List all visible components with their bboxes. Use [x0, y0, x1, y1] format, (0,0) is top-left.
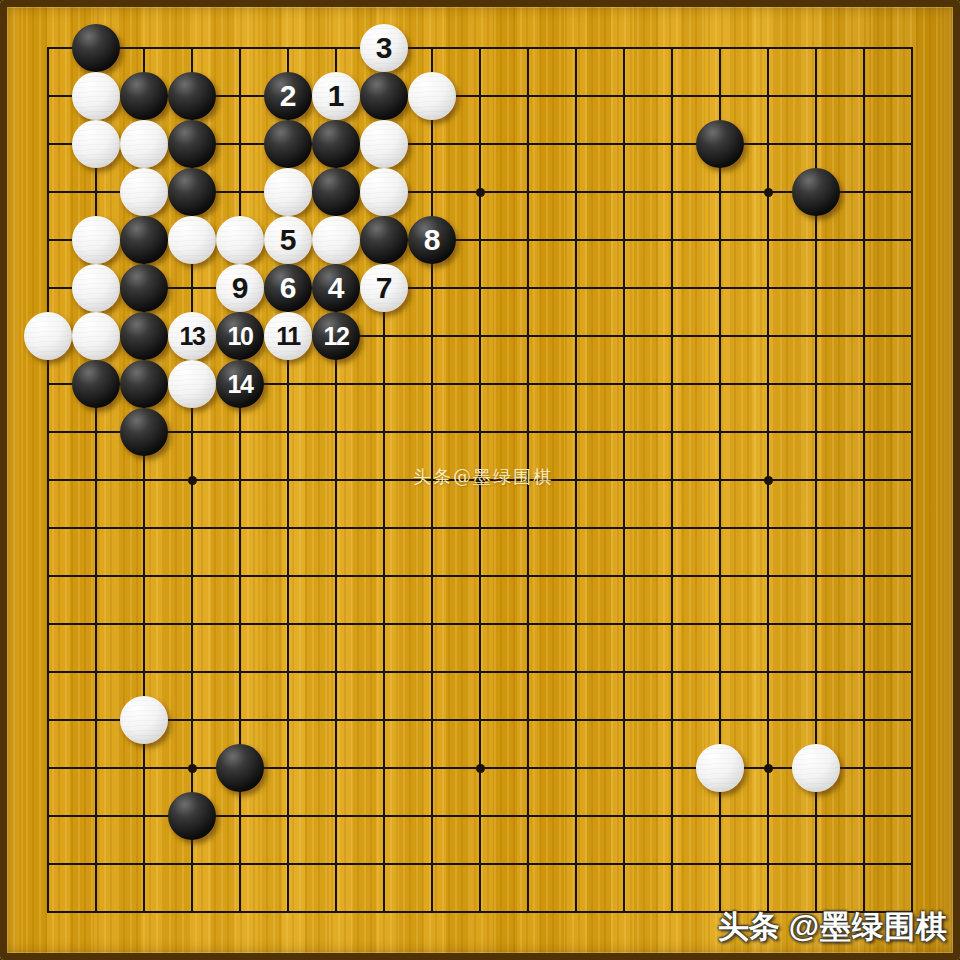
watermark-corner-handle: @墨绿围棋	[789, 909, 948, 944]
board-frame	[0, 0, 960, 960]
go-diagram: 3215896471310111214 头条@墨绿围棋 头条@墨绿围棋	[0, 0, 960, 960]
watermark-corner: 头条@墨绿围棋	[718, 906, 948, 948]
watermark-corner-brand: 头条	[718, 909, 780, 944]
